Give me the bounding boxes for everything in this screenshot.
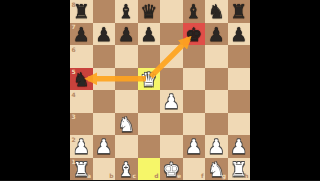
letterbox-left <box>0 0 70 180</box>
piece-black-bishop[interactable]: ♝ <box>183 0 206 23</box>
square-b8[interactable] <box>93 0 116 23</box>
square-b5[interactable] <box>93 68 116 91</box>
square-g7[interactable]: ♟ <box>205 23 228 46</box>
piece-white-rook[interactable]: ♜ <box>228 158 251 181</box>
square-f7[interactable]: ♚ <box>183 23 206 46</box>
square-c2[interactable] <box>115 135 138 158</box>
square-g6[interactable] <box>205 45 228 68</box>
piece-white-pawn[interactable]: ♟ <box>228 135 251 158</box>
square-a8[interactable]: ♜8 <box>70 0 93 23</box>
square-a6[interactable]: 6 <box>70 45 93 68</box>
piece-black-knight[interactable]: ♞ <box>70 68 93 91</box>
square-d6[interactable] <box>138 45 161 68</box>
square-d7[interactable]: ♟ <box>138 23 161 46</box>
square-d1[interactable]: d <box>138 158 161 181</box>
square-b1[interactable]: b <box>93 158 116 181</box>
piece-black-rook[interactable]: ♜ <box>70 0 93 23</box>
square-f8[interactable]: ♝ <box>183 0 206 23</box>
square-g5[interactable] <box>205 68 228 91</box>
piece-white-queen[interactable]: ♛ <box>138 68 161 91</box>
square-h3[interactable] <box>228 113 251 136</box>
square-b7[interactable]: ♟ <box>93 23 116 46</box>
square-c1[interactable]: ♝c <box>115 158 138 181</box>
square-g1[interactable]: ♞g <box>205 158 228 181</box>
piece-white-bishop[interactable]: ♝ <box>115 158 138 181</box>
piece-black-pawn[interactable]: ♟ <box>115 23 138 46</box>
piece-white-king[interactable]: ♚ <box>160 158 183 181</box>
video-frame: ♜8♝♛♝♞♜♟7♟♟♟♚♟♟6♞5♛4♟3♞♟2♟♟♟♟♜1ab♝cd♚ef♞… <box>0 0 320 180</box>
square-a5[interactable]: ♞5 <box>70 68 93 91</box>
square-h7[interactable]: ♟ <box>228 23 251 46</box>
piece-white-rook[interactable]: ♜ <box>70 158 93 181</box>
square-a4[interactable]: 4 <box>70 90 93 113</box>
square-a1[interactable]: ♜1a <box>70 158 93 181</box>
piece-black-knight[interactable]: ♞ <box>205 0 228 23</box>
square-g4[interactable] <box>205 90 228 113</box>
square-e3[interactable] <box>160 113 183 136</box>
square-f2[interactable]: ♟ <box>183 135 206 158</box>
file-label-d: d <box>154 173 158 179</box>
square-c3[interactable]: ♞ <box>115 113 138 136</box>
piece-white-knight[interactable]: ♞ <box>205 158 228 181</box>
piece-white-pawn[interactable]: ♟ <box>160 90 183 113</box>
piece-black-pawn[interactable]: ♟ <box>138 23 161 46</box>
square-b2[interactable]: ♟ <box>93 135 116 158</box>
piece-white-pawn[interactable]: ♟ <box>205 135 228 158</box>
piece-black-king[interactable]: ♚ <box>183 23 206 46</box>
square-g8[interactable]: ♞ <box>205 0 228 23</box>
piece-black-rook[interactable]: ♜ <box>228 0 251 23</box>
square-e6[interactable] <box>160 45 183 68</box>
square-h4[interactable] <box>228 90 251 113</box>
piece-white-pawn[interactable]: ♟ <box>93 135 116 158</box>
square-f4[interactable] <box>183 90 206 113</box>
square-d2[interactable] <box>138 135 161 158</box>
square-h5[interactable] <box>228 68 251 91</box>
square-d4[interactable] <box>138 90 161 113</box>
square-f5[interactable] <box>183 68 206 91</box>
square-e7[interactable] <box>160 23 183 46</box>
square-d8[interactable]: ♛ <box>138 0 161 23</box>
square-c6[interactable] <box>115 45 138 68</box>
square-g3[interactable] <box>205 113 228 136</box>
square-a2[interactable]: ♟2 <box>70 135 93 158</box>
square-e4[interactable]: ♟ <box>160 90 183 113</box>
piece-black-pawn[interactable]: ♟ <box>70 23 93 46</box>
square-a3[interactable]: 3 <box>70 113 93 136</box>
square-h8[interactable]: ♜ <box>228 0 251 23</box>
square-g2[interactable]: ♟ <box>205 135 228 158</box>
piece-black-pawn[interactable]: ♟ <box>205 23 228 46</box>
square-e1[interactable]: ♚e <box>160 158 183 181</box>
square-e5[interactable] <box>160 68 183 91</box>
board-squares: ♜8♝♛♝♞♜♟7♟♟♟♚♟♟6♞5♛4♟3♞♟2♟♟♟♟♜1ab♝cd♚ef♞… <box>70 0 250 180</box>
square-e2[interactable] <box>160 135 183 158</box>
square-b4[interactable] <box>93 90 116 113</box>
square-c7[interactable]: ♟ <box>115 23 138 46</box>
piece-black-pawn[interactable]: ♟ <box>93 23 116 46</box>
rank-label-6: 6 <box>72 47 76 53</box>
square-d5[interactable]: ♛ <box>138 68 161 91</box>
chess-board[interactable]: ♜8♝♛♝♞♜♟7♟♟♟♚♟♟6♞5♛4♟3♞♟2♟♟♟♟♜1ab♝cd♚ef♞… <box>70 0 250 180</box>
file-label-f: f <box>201 173 204 179</box>
square-c4[interactable] <box>115 90 138 113</box>
square-b3[interactable] <box>93 113 116 136</box>
square-f3[interactable] <box>183 113 206 136</box>
piece-white-knight[interactable]: ♞ <box>115 113 138 136</box>
letterbox-right <box>250 0 320 180</box>
piece-black-pawn[interactable]: ♟ <box>228 23 251 46</box>
square-d3[interactable] <box>138 113 161 136</box>
square-e8[interactable] <box>160 0 183 23</box>
piece-black-bishop[interactable]: ♝ <box>115 0 138 23</box>
square-f1[interactable]: f <box>183 158 206 181</box>
square-h2[interactable]: ♟ <box>228 135 251 158</box>
piece-black-queen[interactable]: ♛ <box>138 0 161 23</box>
piece-white-pawn[interactable]: ♟ <box>70 135 93 158</box>
square-b6[interactable] <box>93 45 116 68</box>
piece-white-pawn[interactable]: ♟ <box>183 135 206 158</box>
square-c8[interactable]: ♝ <box>115 0 138 23</box>
file-label-b: b <box>109 173 113 179</box>
square-f6[interactable] <box>183 45 206 68</box>
rank-label-4: 4 <box>72 92 76 98</box>
rank-label-3: 3 <box>72 114 76 120</box>
square-h1[interactable]: ♜h <box>228 158 251 181</box>
square-c5[interactable] <box>115 68 138 91</box>
square-a7[interactable]: ♟7 <box>70 23 93 46</box>
square-h6[interactable] <box>228 45 251 68</box>
